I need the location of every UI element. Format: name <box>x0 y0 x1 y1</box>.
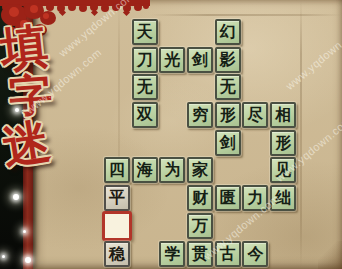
sparkle <box>2 255 5 258</box>
sparkle <box>13 194 19 200</box>
board-tile-今: 今 <box>242 241 268 267</box>
board-tile-剑: 剑 <box>215 130 241 156</box>
page-corner-curl <box>318 241 342 269</box>
board-tile-刀: 刀 <box>132 47 158 73</box>
board-tile-相: 相 <box>270 102 296 128</box>
board-cell-empty-selected[interactable] <box>102 211 132 241</box>
board-tile-穷: 穷 <box>187 102 213 128</box>
screenshot-root: 填 字 迷 天幻刀光剑影无无双穷形尽相剑形四海为家见平财匮力绌万稳学贯古今 ww… <box>0 0 342 269</box>
board: 天幻刀光剑影无无双穷形尽相剑形四海为家见平财匮力绌万稳学贯古今 <box>104 19 296 267</box>
board-tile-无: 无 <box>132 74 158 100</box>
board-tile-为: 为 <box>159 157 185 183</box>
board-tile-绌: 绌 <box>270 185 296 211</box>
parchment-crease <box>300 0 302 269</box>
board-tile-见: 见 <box>270 157 296 183</box>
board-tile-万: 万 <box>187 213 213 239</box>
board-tile-家: 家 <box>187 157 213 183</box>
board-tile-影: 影 <box>215 47 241 73</box>
board-tile-天: 天 <box>132 19 158 45</box>
board-tile-海: 海 <box>132 157 158 183</box>
title-char-zi: 字 <box>8 73 54 119</box>
board-tile-双: 双 <box>132 102 158 128</box>
board-tile-匮: 匮 <box>215 185 241 211</box>
board-tile-光: 光 <box>159 47 185 73</box>
parchment-crease <box>150 14 342 16</box>
board-tile-贯: 贯 <box>187 241 213 267</box>
board-tile-无: 无 <box>215 74 241 100</box>
board-tile-尽: 尽 <box>242 102 268 128</box>
board-tile-学: 学 <box>159 241 185 267</box>
board-tile-幻: 幻 <box>215 19 241 45</box>
sparkle <box>23 230 26 233</box>
board-tile-剑: 剑 <box>187 47 213 73</box>
sparkle <box>25 257 31 263</box>
title-char-tian: 填 <box>0 22 50 74</box>
board-tile-形: 形 <box>270 130 296 156</box>
title-char-mi: 迷 <box>0 117 53 171</box>
board-tile-平[interactable]: 平 <box>104 185 130 211</box>
board-tile-古: 古 <box>215 241 241 267</box>
board-tile-稳[interactable]: 稳 <box>104 241 130 267</box>
board-tile-四: 四 <box>104 157 130 183</box>
sparkle <box>15 108 19 112</box>
board-tile-财: 财 <box>187 185 213 211</box>
board-tile-形: 形 <box>215 102 241 128</box>
board-tile-力: 力 <box>242 185 268 211</box>
